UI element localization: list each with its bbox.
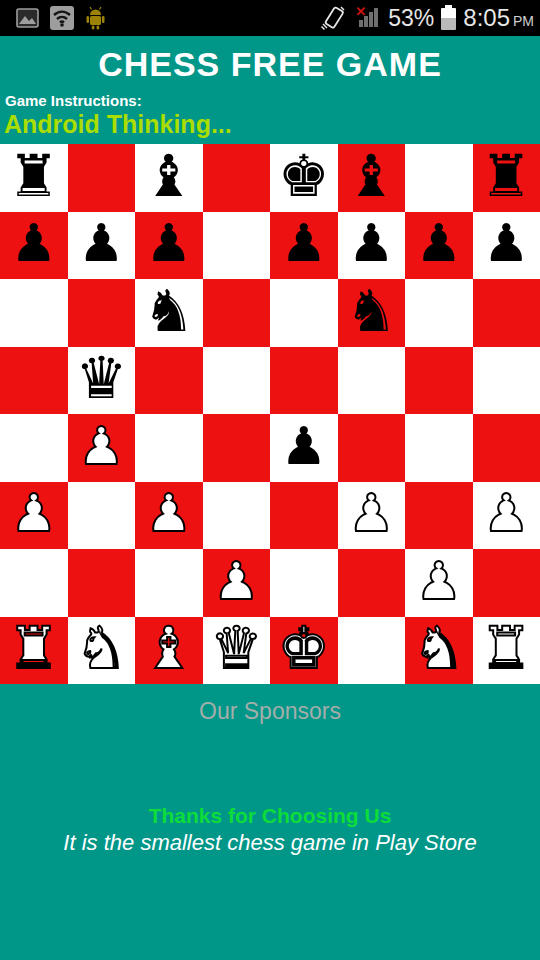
piece-black-pawn[interactable]: ♟ <box>348 217 395 269</box>
piece-white-bishop[interactable]: ♝ <box>143 619 195 677</box>
piece-white-pawn[interactable]: ♟ <box>213 555 260 607</box>
piece-white-rook[interactable]: ♜ <box>8 619 60 677</box>
clock: 8:05 PM <box>463 4 534 32</box>
square-e3[interactable] <box>270 482 338 550</box>
square-g1[interactable]: ♞ <box>405 617 473 685</box>
tagline: It is the smallest chess game in Play St… <box>0 830 540 856</box>
piece-black-pawn[interactable]: ♟ <box>415 217 462 269</box>
piece-black-pawn[interactable]: ♟ <box>280 420 327 472</box>
square-b5[interactable]: ♛ <box>68 347 136 415</box>
piece-white-pawn[interactable]: ♟ <box>145 487 192 539</box>
square-f1[interactable] <box>338 617 406 685</box>
square-a6[interactable] <box>0 279 68 347</box>
piece-black-pawn[interactable]: ♟ <box>78 217 125 269</box>
square-g5[interactable] <box>405 347 473 415</box>
piece-black-pawn[interactable]: ♟ <box>483 217 530 269</box>
square-a1[interactable]: ♜ <box>0 617 68 685</box>
piece-white-queen[interactable]: ♛ <box>210 619 262 677</box>
square-b1[interactable]: ♞ <box>68 617 136 685</box>
square-g4[interactable] <box>405 414 473 482</box>
square-c7[interactable]: ♟ <box>135 212 203 280</box>
square-f8[interactable]: ♝ <box>338 144 406 212</box>
square-d5[interactable] <box>203 347 271 415</box>
square-d3[interactable] <box>203 482 271 550</box>
signal-no-connection-icon: ✕ <box>355 6 381 30</box>
square-h2[interactable] <box>473 549 540 617</box>
app-screen: ✕ 53% 8:05 PM CHESS FREE GAME Game Instr… <box>0 0 540 960</box>
piece-black-knight[interactable]: ♞ <box>345 282 397 340</box>
square-g7[interactable]: ♟ <box>405 212 473 280</box>
clock-ampm: PM <box>513 13 534 29</box>
thinking-status: Android Thinking... <box>4 110 232 139</box>
square-e4[interactable]: ♟ <box>270 414 338 482</box>
battery-percent: 53% <box>388 5 434 32</box>
square-d8[interactable] <box>203 144 271 212</box>
status-bar: ✕ 53% 8:05 PM <box>0 0 540 36</box>
piece-white-knight[interactable]: ♞ <box>413 619 465 677</box>
square-b6[interactable] <box>68 279 136 347</box>
square-d4[interactable] <box>203 414 271 482</box>
square-c4[interactable] <box>135 414 203 482</box>
square-e1[interactable]: ♚ <box>270 617 338 685</box>
square-e5[interactable] <box>270 347 338 415</box>
sponsors-label: Our Sponsors <box>0 698 540 725</box>
square-b4[interactable]: ♟ <box>68 414 136 482</box>
android-icon <box>85 6 106 30</box>
square-d7[interactable] <box>203 212 271 280</box>
square-b7[interactable]: ♟ <box>68 212 136 280</box>
square-f2[interactable] <box>338 549 406 617</box>
piece-black-king[interactable]: ♚ <box>278 147 330 205</box>
piece-white-pawn[interactable]: ♟ <box>78 420 125 472</box>
piece-black-pawn[interactable]: ♟ <box>145 217 192 269</box>
piece-black-bishop[interactable]: ♝ <box>143 147 195 205</box>
square-g6[interactable] <box>405 279 473 347</box>
piece-black-pawn[interactable]: ♟ <box>10 217 57 269</box>
status-bar-right: ✕ 53% 8:05 PM <box>320 4 534 32</box>
page-title: CHESS FREE GAME <box>0 45 540 84</box>
square-a3[interactable]: ♟ <box>0 482 68 550</box>
square-e8[interactable]: ♚ <box>270 144 338 212</box>
square-e2[interactable] <box>270 549 338 617</box>
piece-white-pawn[interactable]: ♟ <box>483 487 530 539</box>
square-h1[interactable]: ♜ <box>473 617 540 685</box>
square-d6[interactable] <box>203 279 271 347</box>
square-c5[interactable] <box>135 347 203 415</box>
status-bar-left <box>16 6 106 30</box>
square-f5[interactable] <box>338 347 406 415</box>
piece-black-rook[interactable]: ♜ <box>8 147 60 205</box>
battery-icon <box>441 8 456 30</box>
square-h4[interactable] <box>473 414 540 482</box>
square-c6[interactable]: ♞ <box>135 279 203 347</box>
square-c3[interactable]: ♟ <box>135 482 203 550</box>
piece-white-king[interactable]: ♚ <box>278 619 330 677</box>
piece-white-pawn[interactable]: ♟ <box>10 487 57 539</box>
square-b2[interactable] <box>68 549 136 617</box>
square-h6[interactable] <box>473 279 540 347</box>
square-e6[interactable] <box>270 279 338 347</box>
square-h5[interactable] <box>473 347 540 415</box>
piece-black-knight[interactable]: ♞ <box>143 282 195 340</box>
square-c8[interactable]: ♝ <box>135 144 203 212</box>
square-g2[interactable]: ♟ <box>405 549 473 617</box>
square-a7[interactable]: ♟ <box>0 212 68 280</box>
square-b8[interactable] <box>68 144 136 212</box>
square-a4[interactable] <box>0 414 68 482</box>
piece-black-queen[interactable]: ♛ <box>75 349 127 407</box>
chess-board: ♜♝♚♝♜♟♟♟♟♟♟♟♞♞♛♟♟♟♟♟♟♟♟♜♞♝♛♚♞♜ <box>0 144 540 684</box>
square-f6[interactable]: ♞ <box>338 279 406 347</box>
square-b3[interactable] <box>68 482 136 550</box>
square-f7[interactable]: ♟ <box>338 212 406 280</box>
square-c2[interactable] <box>135 549 203 617</box>
square-d1[interactable]: ♛ <box>203 617 271 685</box>
square-a5[interactable] <box>0 347 68 415</box>
thanks-message: Thanks for Choosing Us <box>0 804 540 828</box>
instructions-label: Game Instructions: <box>5 92 142 109</box>
square-h7[interactable]: ♟ <box>473 212 540 280</box>
piece-white-knight[interactable]: ♞ <box>75 619 127 677</box>
piece-black-pawn[interactable]: ♟ <box>280 217 327 269</box>
square-a2[interactable] <box>0 549 68 617</box>
piece-black-rook[interactable]: ♜ <box>480 147 532 205</box>
vibrate-icon <box>320 4 348 32</box>
square-e7[interactable]: ♟ <box>270 212 338 280</box>
wifi-icon <box>50 6 74 30</box>
square-g3[interactable] <box>405 482 473 550</box>
square-f3[interactable]: ♟ <box>338 482 406 550</box>
square-a8[interactable]: ♜ <box>0 144 68 212</box>
gallery-icon <box>16 8 39 28</box>
square-f4[interactable] <box>338 414 406 482</box>
square-h8[interactable]: ♜ <box>473 144 540 212</box>
piece-white-pawn[interactable]: ♟ <box>348 487 395 539</box>
square-c1[interactable]: ♝ <box>135 617 203 685</box>
piece-white-pawn[interactable]: ♟ <box>415 555 462 607</box>
piece-white-rook[interactable]: ♜ <box>480 619 532 677</box>
piece-black-bishop[interactable]: ♝ <box>345 147 397 205</box>
clock-time: 8:05 <box>463 4 510 32</box>
square-d2[interactable]: ♟ <box>203 549 271 617</box>
square-g8[interactable] <box>405 144 473 212</box>
square-h3[interactable]: ♟ <box>473 482 540 550</box>
